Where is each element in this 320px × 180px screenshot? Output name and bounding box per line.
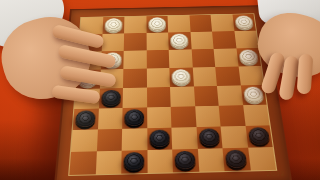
black-man-f7[interactable] [198, 128, 220, 146]
right-hand [245, 0, 320, 115]
square-f5[interactable] [193, 86, 218, 106]
square-e2[interactable] [168, 32, 191, 50]
square-c8[interactable] [121, 150, 147, 174]
square-d3[interactable] [146, 50, 169, 69]
square-g3[interactable] [214, 48, 239, 67]
square-f2[interactable] [190, 32, 214, 50]
square-e6[interactable] [171, 106, 196, 127]
black-man-c8[interactable] [124, 152, 145, 171]
square-h8[interactable] [248, 147, 276, 170]
square-g1[interactable] [211, 15, 234, 32]
square-e4[interactable] [169, 68, 193, 87]
square-e3[interactable] [169, 49, 193, 68]
white-man-e2[interactable] [170, 33, 189, 48]
white-man-e4[interactable] [171, 69, 191, 85]
square-g4[interactable] [215, 67, 240, 86]
square-a8[interactable] [69, 151, 96, 175]
left-hand [0, 0, 135, 125]
square-e5[interactable] [170, 86, 195, 106]
square-d2[interactable] [146, 32, 169, 50]
square-g7[interactable] [221, 126, 248, 148]
black-man-d7[interactable] [149, 129, 170, 147]
square-b8[interactable] [95, 151, 121, 175]
square-d8[interactable] [147, 149, 173, 173]
square-g8[interactable] [223, 148, 251, 171]
square-d4[interactable] [146, 68, 170, 88]
square-f6[interactable] [195, 106, 221, 127]
black-man-h7[interactable] [247, 127, 270, 145]
right-finger [297, 54, 314, 95]
square-f4[interactable] [192, 67, 217, 86]
square-d1[interactable] [146, 16, 168, 33]
square-f3[interactable] [191, 49, 215, 68]
table-scene: 2012 [0, 0, 320, 180]
square-b7[interactable] [96, 129, 122, 151]
square-f1[interactable] [189, 15, 212, 32]
black-man-g8[interactable] [225, 149, 248, 168]
square-e7[interactable] [171, 127, 197, 149]
square-d5[interactable] [146, 87, 170, 107]
square-f8[interactable] [197, 148, 224, 171]
square-d6[interactable] [147, 107, 172, 128]
square-g6[interactable] [219, 105, 245, 126]
square-d7[interactable] [147, 128, 172, 150]
square-h7[interactable] [245, 125, 273, 147]
square-e1[interactable] [168, 15, 191, 32]
square-f7[interactable] [196, 127, 223, 149]
square-a7[interactable] [71, 129, 97, 152]
square-g2[interactable] [212, 31, 236, 49]
left-finger [51, 85, 100, 105]
square-c7[interactable] [122, 128, 147, 150]
black-man-e8[interactable] [174, 150, 196, 169]
square-e8[interactable] [172, 149, 199, 173]
white-man-d1[interactable] [148, 17, 166, 31]
square-g5[interactable] [217, 85, 243, 105]
